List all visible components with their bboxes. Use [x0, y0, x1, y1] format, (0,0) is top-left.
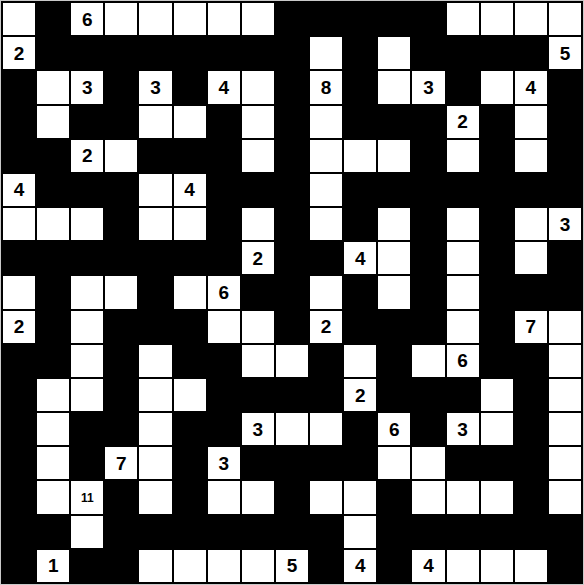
block-cell-r10c11	[378, 345, 410, 377]
block-cell-r14c8	[276, 481, 308, 513]
puzzle-board: 625334834224432462276236373111544	[0, 0, 584, 585]
block-cell-r4c4	[139, 140, 171, 172]
empty-cell-r4c13[interactable]	[447, 140, 479, 172]
block-cell-r9c11	[378, 311, 410, 343]
numbered-cell-r2c12[interactable]: 3	[412, 71, 444, 103]
block-cell-r10c14	[481, 345, 513, 377]
block-cell-r6c3	[105, 208, 137, 240]
block-cell-r6c12	[412, 208, 444, 240]
numbered-cell-r7c7[interactable]: 2	[242, 242, 274, 274]
block-cell-r1c2	[71, 37, 103, 69]
empty-cell-r12c1[interactable]	[37, 413, 69, 445]
block-cell-r5c3	[105, 174, 137, 206]
block-cell-r14c0	[3, 481, 35, 513]
numbered-cell-r10c13[interactable]: 6	[447, 345, 479, 377]
block-cell-r13c14	[481, 447, 513, 479]
empty-cell-r0c0[interactable]	[3, 3, 35, 35]
empty-cell-r8c13[interactable]	[447, 276, 479, 308]
block-cell-r1c4	[139, 37, 171, 69]
empty-cell-r10c4[interactable]	[139, 345, 171, 377]
empty-cell-r10c12[interactable]	[412, 345, 444, 377]
block-cell-r1c8	[276, 37, 308, 69]
block-cell-r10c9	[310, 345, 342, 377]
block-cell-r15c9	[310, 516, 342, 548]
block-cell-r9c10	[344, 311, 376, 343]
numbered-cell-r9c15[interactable]: 7	[515, 311, 547, 343]
block-cell-r3c8	[276, 106, 308, 138]
block-cell-r3c10	[344, 106, 376, 138]
empty-cell-r15c10[interactable]	[344, 516, 376, 548]
numbered-cell-r9c0[interactable]: 2	[3, 311, 35, 343]
block-cell-r4c14	[481, 140, 513, 172]
numbered-cell-r16c8[interactable]: 5	[276, 550, 308, 582]
numbered-cell-r0c2[interactable]: 6	[71, 3, 103, 35]
block-cell-r13c0	[3, 447, 35, 479]
block-cell-r4c5	[174, 140, 206, 172]
empty-cell-r6c0[interactable]	[3, 208, 35, 240]
empty-cell-r0c16[interactable]	[549, 3, 581, 35]
empty-cell-r16c13[interactable]	[447, 550, 479, 582]
empty-cell-r6c9[interactable]	[310, 208, 342, 240]
block-cell-r11c3	[105, 379, 137, 411]
empty-cell-r0c13[interactable]	[447, 3, 479, 35]
empty-cell-r10c2[interactable]	[71, 345, 103, 377]
block-cell-r8c14	[481, 276, 513, 308]
empty-cell-r0c6[interactable]	[208, 3, 240, 35]
block-cell-r11c11	[378, 379, 410, 411]
block-cell-r10c6	[208, 345, 240, 377]
empty-cell-r10c16[interactable]	[549, 345, 581, 377]
block-cell-r13c9	[310, 447, 342, 479]
block-cell-r5c13	[447, 174, 479, 206]
block-cell-r7c5	[174, 242, 206, 274]
numbered-cell-r2c2[interactable]: 3	[71, 71, 103, 103]
empty-cell-r11c14[interactable]	[481, 379, 513, 411]
block-cell-r1c3	[105, 37, 137, 69]
block-cell-r1c12	[412, 37, 444, 69]
numbered-cell-r11c10[interactable]: 2	[344, 379, 376, 411]
block-cell-r15c6	[208, 516, 240, 548]
block-cell-r7c0	[3, 242, 35, 274]
empty-cell-r3c9[interactable]	[310, 106, 342, 138]
block-cell-r5c7	[242, 174, 274, 206]
block-cell-r12c6	[208, 413, 240, 445]
empty-cell-r0c14[interactable]	[481, 3, 513, 35]
block-cell-r6c14	[481, 208, 513, 240]
numbered-cell-r5c5[interactable]: 4	[174, 174, 206, 206]
block-cell-r6c8	[276, 208, 308, 240]
empty-cell-r13c12[interactable]	[412, 447, 444, 479]
empty-cell-r13c1[interactable]	[37, 447, 69, 479]
numbered-cell-r6c16[interactable]: 3	[549, 208, 581, 240]
numbered-cell-r13c6[interactable]: 3	[208, 447, 240, 479]
numbered-cell-r12c7[interactable]: 3	[242, 413, 274, 445]
empty-cell-r13c16[interactable]	[549, 447, 581, 479]
block-cell-r9c4	[139, 311, 171, 343]
numbered-cell-r3c13[interactable]: 2	[447, 106, 479, 138]
empty-cell-r11c4[interactable]	[139, 379, 171, 411]
block-cell-r14c5	[174, 481, 206, 513]
empty-cell-r16c7[interactable]	[242, 550, 274, 582]
block-cell-r13c13	[447, 447, 479, 479]
block-cell-r6c10	[344, 208, 376, 240]
empty-cell-r2c7[interactable]	[242, 71, 274, 103]
empty-cell-r4c7[interactable]	[242, 140, 274, 172]
numbered-cell-r16c1[interactable]: 1	[37, 550, 69, 582]
empty-cell-r2c11[interactable]	[378, 71, 410, 103]
block-cell-r15c15	[515, 516, 547, 548]
block-cell-r11c15	[515, 379, 547, 411]
block-cell-r1c7	[242, 37, 274, 69]
block-cell-r9c5	[174, 311, 206, 343]
block-cell-r15c1	[37, 516, 69, 548]
block-cell-r3c14	[481, 106, 513, 138]
empty-cell-r3c5[interactable]	[174, 106, 206, 138]
block-cell-r1c13	[447, 37, 479, 69]
empty-cell-r14c10[interactable]	[344, 481, 376, 513]
block-cell-r12c3	[105, 413, 137, 445]
empty-cell-r9c13[interactable]	[447, 311, 479, 343]
block-cell-r7c12	[412, 242, 444, 274]
numbered-cell-r1c16[interactable]: 5	[549, 37, 581, 69]
block-cell-r5c12	[412, 174, 444, 206]
empty-cell-r14c12[interactable]	[412, 481, 444, 513]
block-cell-r0c11	[378, 3, 410, 35]
empty-cell-r14c9[interactable]	[310, 481, 342, 513]
block-cell-r5c14	[481, 174, 513, 206]
empty-cell-r4c10[interactable]	[344, 140, 376, 172]
empty-cell-r4c9[interactable]	[310, 140, 342, 172]
block-cell-r1c5	[174, 37, 206, 69]
empty-cell-r7c13[interactable]	[447, 242, 479, 274]
empty-cell-r10c8[interactable]	[276, 345, 308, 377]
block-cell-r8c15	[515, 276, 547, 308]
block-cell-r5c1	[37, 174, 69, 206]
numbered-cell-r16c12[interactable]: 4	[412, 550, 444, 582]
block-cell-r8c1	[37, 276, 69, 308]
empty-cell-r14c7[interactable]	[242, 481, 274, 513]
block-cell-r3c12	[412, 106, 444, 138]
block-cell-r12c12	[412, 413, 444, 445]
block-cell-r5c16	[549, 174, 581, 206]
empty-cell-r12c9[interactable]	[310, 413, 342, 445]
block-cell-r10c0	[3, 345, 35, 377]
block-cell-r15c4	[139, 516, 171, 548]
empty-cell-r2c1[interactable]	[37, 71, 69, 103]
block-cell-r11c6	[208, 379, 240, 411]
block-cell-r15c12	[412, 516, 444, 548]
block-cell-r15c11	[378, 516, 410, 548]
block-cell-r12c0	[3, 413, 35, 445]
block-cell-r14c3	[105, 481, 137, 513]
block-cell-r11c0	[3, 379, 35, 411]
empty-cell-r2c14[interactable]	[481, 71, 513, 103]
numbered-cell-r8c6[interactable]: 6	[208, 276, 240, 308]
empty-cell-r9c2[interactable]	[71, 311, 103, 343]
block-cell-r14c11	[378, 481, 410, 513]
block-cell-r13c15	[515, 447, 547, 479]
block-cell-r15c7	[242, 516, 274, 548]
numbered-cell-r2c15[interactable]: 4	[515, 71, 547, 103]
numbered-cell-r12c11[interactable]: 6	[378, 413, 410, 445]
block-cell-r3c0	[3, 106, 35, 138]
empty-cell-r14c16[interactable]	[549, 481, 581, 513]
block-cell-r1c15	[515, 37, 547, 69]
block-cell-r8c10	[344, 276, 376, 308]
block-cell-r16c9	[310, 550, 342, 582]
numbered-cell-r9c9[interactable]: 2	[310, 311, 342, 343]
empty-cell-r3c4[interactable]	[139, 106, 171, 138]
block-cell-r3c6	[208, 106, 240, 138]
block-cell-r0c10	[344, 3, 376, 35]
block-cell-r11c9	[310, 379, 342, 411]
empty-cell-r7c15[interactable]	[515, 242, 547, 274]
empty-cell-r6c5[interactable]	[174, 208, 206, 240]
block-cell-r5c6	[208, 174, 240, 206]
numbered-cell-r7c10[interactable]: 4	[344, 242, 376, 274]
block-cell-r2c0	[3, 71, 35, 103]
empty-cell-r16c15[interactable]	[515, 550, 547, 582]
empty-cell-r9c16[interactable]	[549, 311, 581, 343]
empty-cell-r8c5[interactable]	[174, 276, 206, 308]
empty-cell-r5c9[interactable]	[310, 174, 342, 206]
block-cell-r4c16	[549, 140, 581, 172]
empty-cell-r4c11[interactable]	[378, 140, 410, 172]
block-cell-r4c6	[208, 140, 240, 172]
block-cell-r16c3	[105, 550, 137, 582]
block-cell-r0c12	[412, 3, 444, 35]
block-cell-r16c2	[71, 550, 103, 582]
empty-cell-r11c5[interactable]	[174, 379, 206, 411]
numbered-cell-r4c2[interactable]: 2	[71, 140, 103, 172]
block-cell-r7c6	[208, 242, 240, 274]
empty-cell-r16c4[interactable]	[139, 550, 171, 582]
block-cell-r5c11	[378, 174, 410, 206]
block-cell-r3c3	[105, 106, 137, 138]
empty-cell-r12c14[interactable]	[481, 413, 513, 445]
numbered-cell-r14c2[interactable]: 11	[71, 481, 103, 513]
block-cell-r14c15	[515, 481, 547, 513]
block-cell-r8c12	[412, 276, 444, 308]
block-cell-r15c0	[3, 516, 35, 548]
empty-cell-r12c8[interactable]	[276, 413, 308, 445]
block-cell-r2c16	[549, 71, 581, 103]
block-cell-r4c12	[412, 140, 444, 172]
empty-cell-r4c15[interactable]	[515, 140, 547, 172]
empty-cell-r6c4[interactable]	[139, 208, 171, 240]
empty-cell-r16c6[interactable]	[208, 550, 240, 582]
block-cell-r15c16	[549, 516, 581, 548]
block-cell-r8c16	[549, 276, 581, 308]
empty-cell-r14c1[interactable]	[37, 481, 69, 513]
empty-cell-r6c7[interactable]	[242, 208, 274, 240]
block-cell-r2c10	[344, 71, 376, 103]
block-cell-r11c7	[242, 379, 274, 411]
block-cell-r4c0	[3, 140, 35, 172]
block-cell-r15c8	[276, 516, 308, 548]
numbered-cell-r1c0[interactable]: 2	[3, 37, 35, 69]
empty-cell-r11c2[interactable]	[71, 379, 103, 411]
empty-cell-r0c15[interactable]	[515, 3, 547, 35]
empty-cell-r16c5[interactable]	[174, 550, 206, 582]
empty-cell-r13c4[interactable]	[139, 447, 171, 479]
block-cell-r9c14	[481, 311, 513, 343]
numbered-cell-r16c10[interactable]: 4	[344, 550, 376, 582]
block-cell-r2c13	[447, 71, 479, 103]
empty-cell-r12c16[interactable]	[549, 413, 581, 445]
empty-cell-r3c15[interactable]	[515, 106, 547, 138]
block-cell-r3c16	[549, 106, 581, 138]
block-cell-r16c16	[549, 550, 581, 582]
empty-cell-r14c4[interactable]	[139, 481, 171, 513]
block-cell-r11c12	[412, 379, 444, 411]
block-cell-r0c8	[276, 3, 308, 35]
block-cell-r0c1	[37, 3, 69, 35]
empty-cell-r14c6[interactable]	[208, 481, 240, 513]
block-cell-r12c15	[515, 413, 547, 445]
numbered-cell-r12c13[interactable]: 3	[447, 413, 479, 445]
empty-cell-r8c3[interactable]	[105, 276, 137, 308]
empty-cell-r6c13[interactable]	[447, 208, 479, 240]
block-cell-r13c8	[276, 447, 308, 479]
block-cell-r2c8	[276, 71, 308, 103]
block-cell-r1c6	[208, 37, 240, 69]
block-cell-r7c2	[71, 242, 103, 274]
block-cell-r6c6	[208, 208, 240, 240]
block-cell-r7c14	[481, 242, 513, 274]
empty-cell-r11c16[interactable]	[549, 379, 581, 411]
block-cell-r16c11	[378, 550, 410, 582]
empty-cell-r13c11[interactable]	[378, 447, 410, 479]
empty-cell-r9c6[interactable]	[208, 311, 240, 343]
empty-cell-r3c7[interactable]	[242, 106, 274, 138]
block-cell-r7c4	[139, 242, 171, 274]
block-cell-r9c12	[412, 311, 444, 343]
block-cell-r7c1	[37, 242, 69, 274]
empty-cell-r14c13[interactable]	[447, 481, 479, 513]
block-cell-r2c5	[174, 71, 206, 103]
empty-cell-r10c7[interactable]	[242, 345, 274, 377]
block-cell-r13c7	[242, 447, 274, 479]
block-cell-r15c13	[447, 516, 479, 548]
block-cell-r5c8	[276, 174, 308, 206]
block-cell-r10c15	[515, 345, 547, 377]
empty-cell-r6c1[interactable]	[37, 208, 69, 240]
block-cell-r8c8	[276, 276, 308, 308]
block-cell-r5c2	[71, 174, 103, 206]
numbered-cell-r2c4[interactable]: 3	[139, 71, 171, 103]
block-cell-r9c8	[276, 311, 308, 343]
block-cell-r9c1	[37, 311, 69, 343]
empty-cell-r14c14[interactable]	[481, 481, 513, 513]
block-cell-r1c14	[481, 37, 513, 69]
block-cell-r8c7	[242, 276, 274, 308]
puzzle-page: 625334834224432462276236373111544	[0, 0, 584, 585]
empty-cell-r6c11[interactable]	[378, 208, 410, 240]
block-cell-r3c11	[378, 106, 410, 138]
block-cell-r13c10	[344, 447, 376, 479]
empty-cell-r16c14[interactable]	[481, 550, 513, 582]
empty-cell-r8c11[interactable]	[378, 276, 410, 308]
empty-cell-r10c10[interactable]	[344, 345, 376, 377]
block-cell-r2c3	[105, 71, 137, 103]
block-cell-r12c5	[174, 413, 206, 445]
block-cell-r13c2	[71, 447, 103, 479]
block-cell-r16c0	[3, 550, 35, 582]
empty-cell-r0c4[interactable]	[139, 3, 171, 35]
block-cell-r12c2	[71, 413, 103, 445]
empty-cell-r15c2[interactable]	[71, 516, 103, 548]
block-cell-r5c10	[344, 174, 376, 206]
empty-cell-r4c3[interactable]	[105, 140, 137, 172]
block-cell-r7c9	[310, 242, 342, 274]
block-cell-r7c3	[105, 242, 137, 274]
empty-cell-r12c4[interactable]	[139, 413, 171, 445]
block-cell-r4c1	[37, 140, 69, 172]
numbered-cell-r13c3[interactable]: 7	[105, 447, 137, 479]
block-cell-r5c15	[515, 174, 547, 206]
empty-cell-r6c15[interactable]	[515, 208, 547, 240]
empty-cell-r8c9[interactable]	[310, 276, 342, 308]
empty-cell-r0c5[interactable]	[174, 3, 206, 35]
block-cell-r7c16	[549, 242, 581, 274]
empty-cell-r3c1[interactable]	[37, 106, 69, 138]
block-cell-r3c2	[71, 106, 103, 138]
block-cell-r10c3	[105, 345, 137, 377]
empty-cell-r0c7[interactable]	[242, 3, 274, 35]
empty-cell-r6c2[interactable]	[71, 208, 103, 240]
empty-cell-r8c0[interactable]	[3, 276, 35, 308]
block-cell-r10c1	[37, 345, 69, 377]
block-cell-r9c3	[105, 311, 137, 343]
block-cell-r15c14	[481, 516, 513, 548]
empty-cell-r1c9[interactable]	[310, 37, 342, 69]
block-cell-r13c5	[174, 447, 206, 479]
empty-cell-r11c1[interactable]	[37, 379, 69, 411]
block-cell-r11c13	[447, 379, 479, 411]
block-cell-r1c10	[344, 37, 376, 69]
block-cell-r8c4	[139, 276, 171, 308]
empty-cell-r1c11[interactable]	[378, 37, 410, 69]
block-cell-r15c3	[105, 516, 137, 548]
block-cell-r12c10	[344, 413, 376, 445]
block-cell-r15c5	[174, 516, 206, 548]
block-cell-r1c1	[37, 37, 69, 69]
numbered-cell-r2c6[interactable]: 4	[208, 71, 240, 103]
block-cell-r10c5	[174, 345, 206, 377]
empty-cell-r8c2[interactable]	[71, 276, 103, 308]
block-cell-r0c9	[310, 3, 342, 35]
empty-cell-r7c11[interactable]	[378, 242, 410, 274]
block-cell-r11c8	[276, 379, 308, 411]
empty-cell-r5c4[interactable]	[139, 174, 171, 206]
empty-cell-r9c7[interactable]	[242, 311, 274, 343]
block-cell-r4c8	[276, 140, 308, 172]
block-cell-r7c8	[276, 242, 308, 274]
empty-cell-r0c3[interactable]	[105, 3, 137, 35]
numbered-cell-r5c0[interactable]: 4	[3, 174, 35, 206]
numbered-cell-r2c9[interactable]: 8	[310, 71, 342, 103]
